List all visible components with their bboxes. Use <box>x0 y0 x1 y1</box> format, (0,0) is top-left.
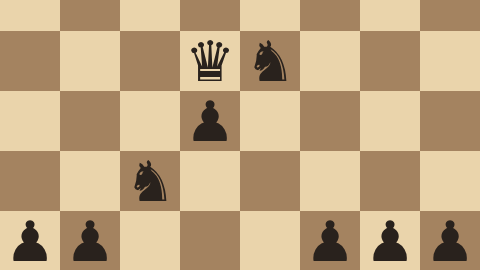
square-d8[interactable] <box>180 0 240 31</box>
black-knight[interactable]: ♞ <box>125 154 175 210</box>
chess-board: ♛♞♟♞♟♟♟♟♟ <box>0 0 480 270</box>
black-pawn[interactable]: ♟ <box>425 214 475 270</box>
square-b7[interactable] <box>60 31 120 91</box>
square-h7[interactable] <box>420 31 480 91</box>
square-a8[interactable] <box>0 0 60 31</box>
square-f6[interactable] <box>300 91 360 151</box>
square-g4[interactable]: ♟ <box>360 211 420 270</box>
square-g6[interactable] <box>360 91 420 151</box>
square-c6[interactable] <box>120 91 180 151</box>
square-b6[interactable] <box>60 91 120 151</box>
square-d5[interactable] <box>180 151 240 211</box>
square-f8[interactable] <box>300 0 360 31</box>
square-b5[interactable] <box>60 151 120 211</box>
square-d4[interactable] <box>180 211 240 270</box>
black-queen[interactable]: ♛ <box>185 34 235 90</box>
square-b4[interactable]: ♟ <box>60 211 120 270</box>
square-h5[interactable] <box>420 151 480 211</box>
square-g8[interactable] <box>360 0 420 31</box>
square-h8[interactable] <box>420 0 480 31</box>
square-c4[interactable] <box>120 211 180 270</box>
black-pawn[interactable]: ♟ <box>5 214 55 270</box>
square-c5[interactable]: ♞ <box>120 151 180 211</box>
square-a4[interactable]: ♟ <box>0 211 60 270</box>
square-d6[interactable]: ♟ <box>180 91 240 151</box>
square-h6[interactable] <box>420 91 480 151</box>
black-pawn[interactable]: ♟ <box>65 214 115 270</box>
square-h4[interactable]: ♟ <box>420 211 480 270</box>
square-a5[interactable] <box>0 151 60 211</box>
square-f4[interactable]: ♟ <box>300 211 360 270</box>
square-e8[interactable] <box>240 0 300 31</box>
square-e6[interactable] <box>240 91 300 151</box>
black-knight[interactable]: ♞ <box>245 34 295 90</box>
square-b8[interactable] <box>60 0 120 31</box>
square-d7[interactable]: ♛ <box>180 31 240 91</box>
square-e4[interactable] <box>240 211 300 270</box>
black-pawn[interactable]: ♟ <box>365 214 415 270</box>
square-c8[interactable] <box>120 0 180 31</box>
square-a6[interactable] <box>0 91 60 151</box>
black-pawn[interactable]: ♟ <box>185 94 235 150</box>
square-g5[interactable] <box>360 151 420 211</box>
black-pawn[interactable]: ♟ <box>305 214 355 270</box>
square-e7[interactable]: ♞ <box>240 31 300 91</box>
square-e5[interactable] <box>240 151 300 211</box>
square-f5[interactable] <box>300 151 360 211</box>
board-viewport: ♛♞♟♞♟♟♟♟♟ <box>0 0 480 270</box>
square-f7[interactable] <box>300 31 360 91</box>
square-a7[interactable] <box>0 31 60 91</box>
square-c7[interactable] <box>120 31 180 91</box>
square-g7[interactable] <box>360 31 420 91</box>
